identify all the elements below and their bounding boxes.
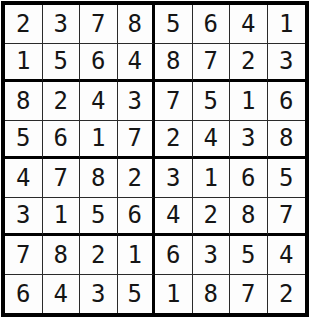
sudoku-cell-r5c3[interactable]: 8 [80,159,118,198]
sudoku-cell-r3c3[interactable]: 4 [80,82,118,121]
sudoku-cell-r2c3[interactable]: 6 [80,44,118,83]
sudoku-cell-r6c6[interactable]: 2 [193,198,231,237]
sudoku-cell-r5c5[interactable]: 3 [155,159,193,198]
sudoku-cell-r7c3[interactable]: 2 [80,236,118,275]
sudoku-cell-r6c7[interactable]: 8 [230,198,268,237]
sudoku-cell-r8c4[interactable]: 5 [118,275,156,314]
sudoku-cell-r5c6[interactable]: 1 [193,159,231,198]
sudoku-cell-r8c3[interactable]: 3 [80,275,118,314]
sudoku-cell-r4c8[interactable]: 8 [268,121,306,160]
sudoku-cell-r3c1[interactable]: 8 [5,82,43,121]
sudoku-board-wrapper: 2378564115648723824375165617243847823165… [0,0,312,320]
sudoku-cell-r3c5[interactable]: 7 [155,82,193,121]
sudoku-cell-r6c4[interactable]: 6 [118,198,156,237]
sudoku-cell-r5c4[interactable]: 2 [118,159,156,198]
sudoku-cell-r4c6[interactable]: 4 [193,121,231,160]
sudoku-cell-r7c7[interactable]: 5 [230,236,268,275]
sudoku-cell-r7c8[interactable]: 4 [268,236,306,275]
sudoku-cell-r4c3[interactable]: 1 [80,121,118,160]
sudoku-cell-r2c5[interactable]: 8 [155,44,193,83]
sudoku-board: 2378564115648723824375165617243847823165… [1,1,309,317]
sudoku-cell-r2c8[interactable]: 3 [268,44,306,83]
sudoku-cell-r8c8[interactable]: 2 [268,275,306,314]
sudoku-cell-r1c1[interactable]: 2 [5,5,43,44]
sudoku-cell-r5c7[interactable]: 6 [230,159,268,198]
sudoku-cell-r6c5[interactable]: 4 [155,198,193,237]
sudoku-cell-r4c7[interactable]: 3 [230,121,268,160]
sudoku-cell-r1c6[interactable]: 6 [193,5,231,44]
sudoku-cell-r1c5[interactable]: 5 [155,5,193,44]
sudoku-cell-r3c4[interactable]: 3 [118,82,156,121]
sudoku-cell-r5c1[interactable]: 4 [5,159,43,198]
sudoku-cell-r1c3[interactable]: 7 [80,5,118,44]
sudoku-cell-r6c8[interactable]: 7 [268,198,306,237]
sudoku-cell-r2c6[interactable]: 7 [193,44,231,83]
sudoku-cell-r1c4[interactable]: 8 [118,5,156,44]
sudoku-cell-r8c5[interactable]: 1 [155,275,193,314]
sudoku-cell-r7c1[interactable]: 7 [5,236,43,275]
sudoku-cell-r4c2[interactable]: 6 [43,121,81,160]
sudoku-cell-r3c7[interactable]: 1 [230,82,268,121]
sudoku-cell-r7c4[interactable]: 1 [118,236,156,275]
sudoku-cell-r6c3[interactable]: 5 [80,198,118,237]
sudoku-cell-r2c4[interactable]: 4 [118,44,156,83]
sudoku-cell-r2c7[interactable]: 2 [230,44,268,83]
sudoku-cell-r8c6[interactable]: 8 [193,275,231,314]
sudoku-cell-r5c8[interactable]: 5 [268,159,306,198]
sudoku-cell-r4c1[interactable]: 5 [5,121,43,160]
sudoku-cell-r2c1[interactable]: 1 [5,44,43,83]
sudoku-cell-r6c1[interactable]: 3 [5,198,43,237]
sudoku-cell-r7c5[interactable]: 6 [155,236,193,275]
sudoku-cell-r1c8[interactable]: 1 [268,5,306,44]
sudoku-cell-r3c6[interactable]: 5 [193,82,231,121]
sudoku-cell-r7c6[interactable]: 3 [193,236,231,275]
sudoku-cell-r4c5[interactable]: 2 [155,121,193,160]
sudoku-cell-r1c2[interactable]: 3 [43,5,81,44]
sudoku-cell-r8c7[interactable]: 7 [230,275,268,314]
sudoku-cell-r3c2[interactable]: 2 [43,82,81,121]
sudoku-cell-r2c2[interactable]: 5 [43,44,81,83]
sudoku-cell-r8c1[interactable]: 6 [5,275,43,314]
sudoku-cell-r3c8[interactable]: 6 [268,82,306,121]
sudoku-cell-r6c2[interactable]: 1 [43,198,81,237]
sudoku-cell-r5c2[interactable]: 7 [43,159,81,198]
sudoku-cell-r1c7[interactable]: 4 [230,5,268,44]
sudoku-cell-r8c2[interactable]: 4 [43,275,81,314]
sudoku-cell-r4c4[interactable]: 7 [118,121,156,160]
sudoku-cell-r7c2[interactable]: 8 [43,236,81,275]
